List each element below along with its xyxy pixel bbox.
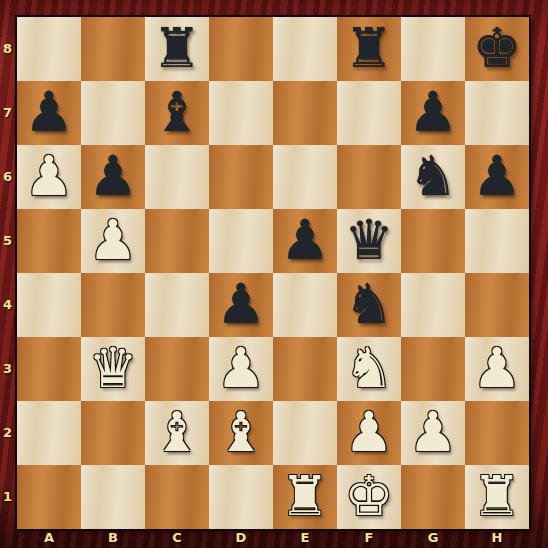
square-f7[interactable] bbox=[337, 81, 401, 145]
square-c5[interactable] bbox=[145, 209, 209, 273]
square-c3[interactable] bbox=[145, 337, 209, 401]
square-c8[interactable]: ♜ bbox=[145, 17, 209, 81]
rank-label-6: 6 bbox=[0, 145, 15, 209]
square-a2[interactable] bbox=[17, 401, 81, 465]
file-label-a: A bbox=[17, 529, 81, 548]
square-f5[interactable]: ♛ bbox=[337, 209, 401, 273]
square-b4[interactable] bbox=[81, 273, 145, 337]
rank-label-7: 7 bbox=[0, 81, 15, 145]
square-b5[interactable]: ♟ bbox=[81, 209, 145, 273]
square-g7[interactable]: ♟ bbox=[401, 81, 465, 145]
square-g3[interactable] bbox=[401, 337, 465, 401]
black-knight[interactable]: ♞ bbox=[401, 145, 465, 209]
square-d5[interactable] bbox=[209, 209, 273, 273]
black-pawn[interactable]: ♟ bbox=[209, 273, 273, 337]
white-pawn[interactable]: ♟ bbox=[465, 337, 529, 401]
square-d8[interactable] bbox=[209, 17, 273, 81]
square-e1[interactable]: ♜ bbox=[273, 465, 337, 529]
white-pawn[interactable]: ♟ bbox=[209, 337, 273, 401]
square-b3[interactable]: ♛ bbox=[81, 337, 145, 401]
black-king[interactable]: ♚ bbox=[465, 17, 529, 81]
file-label-d: D bbox=[209, 529, 273, 548]
rank-label-5: 5 bbox=[0, 209, 15, 273]
square-b7[interactable] bbox=[81, 81, 145, 145]
square-g4[interactable] bbox=[401, 273, 465, 337]
square-e3[interactable] bbox=[273, 337, 337, 401]
file-label-c: C bbox=[145, 529, 209, 548]
file-label-b: B bbox=[81, 529, 145, 548]
square-e6[interactable] bbox=[273, 145, 337, 209]
square-h5[interactable] bbox=[465, 209, 529, 273]
file-labels: ABCDEFGH bbox=[17, 529, 529, 548]
square-a5[interactable] bbox=[17, 209, 81, 273]
rank-label-1: 1 bbox=[0, 465, 15, 529]
square-h1[interactable]: ♜ bbox=[465, 465, 529, 529]
square-d7[interactable] bbox=[209, 81, 273, 145]
square-e8[interactable] bbox=[273, 17, 337, 81]
file-label-f: F bbox=[337, 529, 401, 548]
square-e7[interactable] bbox=[273, 81, 337, 145]
square-f4[interactable]: ♞ bbox=[337, 273, 401, 337]
rank-labels: 87654321 bbox=[0, 17, 15, 529]
square-f8[interactable]: ♜ bbox=[337, 17, 401, 81]
square-h6[interactable]: ♟ bbox=[465, 145, 529, 209]
square-a1[interactable] bbox=[17, 465, 81, 529]
white-pawn[interactable]: ♟ bbox=[337, 401, 401, 465]
square-d6[interactable] bbox=[209, 145, 273, 209]
chess-board: ♜♜♚♟♝♟♟♟♞♟♟♟♛♟♞♛♟♞♟♝♝♟♟♜♚♜ bbox=[15, 15, 531, 531]
file-label-h: H bbox=[465, 529, 529, 548]
square-d4[interactable]: ♟ bbox=[209, 273, 273, 337]
square-b6[interactable]: ♟ bbox=[81, 145, 145, 209]
square-c4[interactable] bbox=[145, 273, 209, 337]
square-g2[interactable]: ♟ bbox=[401, 401, 465, 465]
square-d2[interactable]: ♝ bbox=[209, 401, 273, 465]
chess-board-frame: ♜♜♚♟♝♟♟♟♞♟♟♟♛♟♞♛♟♞♟♝♝♟♟♜♚♜ 87654321 ABCD… bbox=[0, 0, 548, 548]
square-c7[interactable]: ♝ bbox=[145, 81, 209, 145]
white-pawn[interactable]: ♟ bbox=[81, 209, 145, 273]
white-bishop[interactable]: ♝ bbox=[145, 401, 209, 465]
square-e5[interactable]: ♟ bbox=[273, 209, 337, 273]
white-knight[interactable]: ♞ bbox=[337, 337, 401, 401]
black-pawn[interactable]: ♟ bbox=[17, 81, 81, 145]
square-e2[interactable] bbox=[273, 401, 337, 465]
white-pawn[interactable]: ♟ bbox=[17, 145, 81, 209]
file-label-g: G bbox=[401, 529, 465, 548]
square-c2[interactable]: ♝ bbox=[145, 401, 209, 465]
square-c6[interactable] bbox=[145, 145, 209, 209]
square-h3[interactable]: ♟ bbox=[465, 337, 529, 401]
square-d1[interactable] bbox=[209, 465, 273, 529]
white-king[interactable]: ♚ bbox=[337, 465, 401, 529]
square-a3[interactable] bbox=[17, 337, 81, 401]
square-f2[interactable]: ♟ bbox=[337, 401, 401, 465]
white-queen[interactable]: ♛ bbox=[81, 337, 145, 401]
square-b8[interactable] bbox=[81, 17, 145, 81]
white-bishop[interactable]: ♝ bbox=[209, 401, 273, 465]
rank-label-2: 2 bbox=[0, 401, 15, 465]
black-rook[interactable]: ♜ bbox=[145, 17, 209, 81]
square-g6[interactable]: ♞ bbox=[401, 145, 465, 209]
white-rook[interactable]: ♜ bbox=[273, 465, 337, 529]
square-h8[interactable]: ♚ bbox=[465, 17, 529, 81]
black-pawn[interactable]: ♟ bbox=[465, 145, 529, 209]
white-rook[interactable]: ♜ bbox=[465, 465, 529, 529]
square-g5[interactable] bbox=[401, 209, 465, 273]
black-bishop[interactable]: ♝ bbox=[145, 81, 209, 145]
square-g1[interactable] bbox=[401, 465, 465, 529]
square-h2[interactable] bbox=[465, 401, 529, 465]
square-b2[interactable] bbox=[81, 401, 145, 465]
white-pawn[interactable]: ♟ bbox=[401, 401, 465, 465]
black-knight[interactable]: ♞ bbox=[337, 273, 401, 337]
square-c1[interactable] bbox=[145, 465, 209, 529]
rank-label-8: 8 bbox=[0, 17, 15, 81]
black-queen[interactable]: ♛ bbox=[337, 209, 401, 273]
black-pawn[interactable]: ♟ bbox=[273, 209, 337, 273]
square-h7[interactable] bbox=[465, 81, 529, 145]
rank-label-4: 4 bbox=[0, 273, 15, 337]
black-rook[interactable]: ♜ bbox=[337, 17, 401, 81]
square-b1[interactable] bbox=[81, 465, 145, 529]
black-pawn[interactable]: ♟ bbox=[81, 145, 145, 209]
square-e4[interactable] bbox=[273, 273, 337, 337]
square-f3[interactable]: ♞ bbox=[337, 337, 401, 401]
square-h4[interactable] bbox=[465, 273, 529, 337]
square-d3[interactable]: ♟ bbox=[209, 337, 273, 401]
square-a4[interactable] bbox=[17, 273, 81, 337]
rank-label-3: 3 bbox=[0, 337, 15, 401]
square-g8[interactable] bbox=[401, 17, 465, 81]
square-f1[interactable]: ♚ bbox=[337, 465, 401, 529]
square-a6[interactable]: ♟ bbox=[17, 145, 81, 209]
square-a8[interactable] bbox=[17, 17, 81, 81]
file-label-e: E bbox=[273, 529, 337, 548]
square-f6[interactable] bbox=[337, 145, 401, 209]
square-a7[interactable]: ♟ bbox=[17, 81, 81, 145]
black-pawn[interactable]: ♟ bbox=[401, 81, 465, 145]
